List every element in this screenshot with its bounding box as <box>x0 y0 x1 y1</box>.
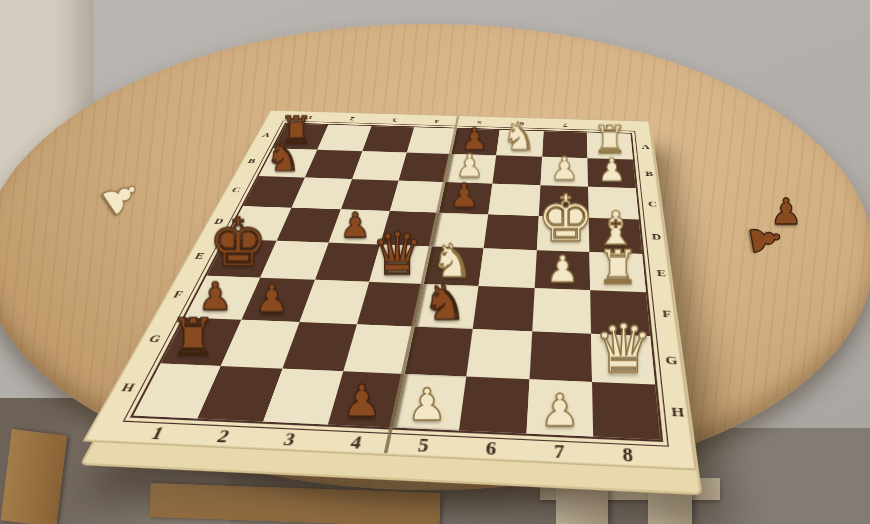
rank-label-bottom-7: 7 <box>553 442 564 463</box>
square-g1[interactable]: ♜ <box>161 317 242 366</box>
file-label-right-e: E <box>656 267 667 279</box>
file-label-right-a: A <box>641 143 650 151</box>
square-b8[interactable]: ♟ <box>587 158 636 188</box>
brown-queen[interactable]: ♛ <box>370 226 425 282</box>
rank-label-bottom-1: 1 <box>148 423 168 444</box>
rank-label-bottom-5: 5 <box>416 435 430 456</box>
brown-pawn[interactable]: ♟ <box>329 381 395 423</box>
white-rook[interactable]: ♜ <box>590 245 646 289</box>
white-pawn[interactable]: ♟ <box>540 154 587 184</box>
chess-board-wrap: ♜♟♞♜♞♟♟♟♟♟♚♝♚♛♞♟♜♟♟♞♜♛♟♟♟123456781234567… <box>138 30 722 460</box>
square-d7[interactable]: ♚ <box>536 216 589 252</box>
square-g5[interactable] <box>405 326 473 376</box>
file-label-left-e: E <box>193 251 207 262</box>
file-label-left-g: G <box>146 332 164 346</box>
rank-label-bottom-2: 2 <box>214 426 232 447</box>
square-a6[interactable]: ♞ <box>496 130 543 157</box>
white-pawn[interactable]: ♟ <box>394 384 460 426</box>
square-c5[interactable]: ♟ <box>439 182 493 214</box>
square-h6[interactable] <box>459 376 529 433</box>
white-pawn[interactable]: ♟ <box>588 156 636 186</box>
white-king[interactable]: ♚ <box>537 189 589 250</box>
file-label-right-d: D <box>651 231 662 242</box>
file-label-left-f: F <box>171 289 185 301</box>
board-frame: ♜♟♞♜♞♟♟♟♟♟♚♝♚♛♞♟♜♟♟♞♜♛♟♟♟123456781234567… <box>82 110 696 470</box>
square-e6[interactable] <box>479 248 537 288</box>
brown-pawn[interactable]: ♟ <box>243 281 301 318</box>
square-f6[interactable] <box>473 286 534 331</box>
file-label-left-c: C <box>230 186 243 195</box>
white-queen[interactable]: ♛ <box>592 317 655 381</box>
brown-knight[interactable]: ♞ <box>415 279 473 326</box>
rank-label-bottom-4: 4 <box>348 432 363 453</box>
square-b3[interactable] <box>352 151 407 180</box>
brown-knight[interactable]: ♞ <box>260 138 307 175</box>
board-squares: ♜♟♞♜♞♟♟♟♟♟♚♝♚♛♞♟♜♟♟♞♜♛♟♟♟123456781234567… <box>130 123 663 442</box>
white-pawn[interactable]: ♟ <box>526 390 593 432</box>
file-label-right-b: B <box>645 170 654 179</box>
rank-label-top-3: 3 <box>391 118 397 124</box>
file-label-left-b: B <box>246 157 257 165</box>
captured-brown-pawn-lying[interactable]: ♟ <box>743 219 786 259</box>
file-label-right-c: C <box>648 199 658 209</box>
brown-rook[interactable]: ♜ <box>162 313 223 362</box>
square-f5[interactable]: ♞ <box>415 284 479 328</box>
square-f7[interactable] <box>532 288 591 333</box>
white-knight[interactable]: ♞ <box>497 119 542 155</box>
square-h8[interactable] <box>592 382 661 440</box>
square-e1[interactable]: ♚ <box>207 239 277 278</box>
rank-label-bottom-6: 6 <box>485 438 497 459</box>
file-label-right-f: F <box>662 308 672 322</box>
rank-label-top-4: 4 <box>434 119 440 125</box>
white-pawn[interactable]: ♟ <box>534 252 589 287</box>
square-d6[interactable] <box>484 214 538 250</box>
square-h5[interactable]: ♟ <box>393 374 466 431</box>
file-label-right-h: H <box>670 403 685 421</box>
square-e8[interactable]: ♜ <box>589 252 646 292</box>
file-label-left-h: H <box>118 380 137 395</box>
square-g6[interactable] <box>467 329 532 379</box>
square-b6[interactable] <box>493 155 542 185</box>
brown-pawn[interactable]: ♟ <box>439 180 489 212</box>
square-c6[interactable] <box>488 183 540 216</box>
file-label-right-g: G <box>664 352 678 367</box>
square-g7[interactable] <box>529 331 592 382</box>
rank-label-top-7: 7 <box>563 123 568 129</box>
square-g8[interactable]: ♛ <box>591 333 655 384</box>
square-e2[interactable] <box>260 241 328 280</box>
scene: ♜♟♞♜♞♟♟♟♟♟♚♝♚♛♞♟♜♟♟♞♜♛♟♟♟123456781234567… <box>0 0 870 524</box>
square-h7[interactable]: ♟ <box>526 379 593 437</box>
chess-board: ♜♟♞♜♞♟♟♟♟♟♚♝♚♛♞♟♜♟♟♞♜♛♟♟♟123456781234567… <box>82 110 696 470</box>
rank-label-bottom-8: 8 <box>622 445 634 467</box>
square-e7[interactable]: ♟ <box>534 250 590 290</box>
wooden-chair-leg <box>1 429 68 524</box>
rank-label-top-2: 2 <box>349 116 356 122</box>
square-a3[interactable] <box>362 126 414 153</box>
brown-king[interactable]: ♚ <box>208 212 262 275</box>
rank-label-bottom-3: 3 <box>281 429 298 450</box>
